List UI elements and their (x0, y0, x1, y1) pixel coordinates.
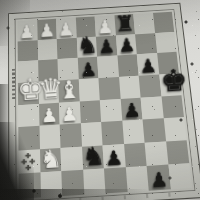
square-h7[interactable] (155, 32, 177, 54)
square-a7[interactable] (18, 40, 38, 62)
corner-emblem-icon (21, 153, 38, 172)
piece-white-bishop[interactable]: ♝ (57, 76, 79, 102)
piece-black-rook[interactable]: ♜ (114, 12, 135, 35)
square-g8[interactable] (133, 13, 154, 34)
square-e1[interactable] (104, 168, 127, 194)
square-c5[interactable]: ♝ (58, 79, 79, 102)
square-c1[interactable] (61, 170, 84, 196)
square-e6[interactable] (97, 56, 118, 78)
square-b4[interactable]: ♟ (39, 102, 60, 126)
piece-black-king[interactable]: ♚ (159, 65, 181, 96)
square-c4[interactable]: ♟ (59, 101, 80, 125)
square-a3[interactable] (18, 126, 39, 150)
square-h8[interactable] (153, 12, 175, 33)
photo-stage: ♟♟♟♟♜♞♟♟♟♟♚♛♝♚♟♟♟ ♞♞♟♟ (0, 0, 200, 200)
square-g7[interactable] (135, 33, 157, 55)
square-a2[interactable] (18, 149, 40, 174)
square-c7[interactable] (57, 38, 78, 60)
square-d4[interactable] (79, 100, 101, 124)
square-f2[interactable] (124, 143, 147, 168)
piece-black-knight[interactable]: ♞ (76, 34, 97, 58)
square-d7[interactable]: ♞ (76, 36, 97, 58)
piece-black-pawn[interactable]: ♟ (121, 100, 143, 120)
square-e8[interactable]: ♟ (95, 15, 116, 36)
square-h5[interactable]: ♚ (159, 73, 182, 96)
square-g2[interactable] (145, 141, 168, 166)
square-e7[interactable]: ♟ (96, 35, 117, 57)
brand-text-illegible (12, 69, 16, 102)
piece-white-pawn[interactable]: ♟ (36, 21, 57, 40)
square-a5[interactable]: ♚ (18, 82, 39, 105)
chess-board: ♟♟♟♟♜♞♟♟♟♟♚♛♝♚♟♟♟ ♞♞♟♟ (8, 3, 200, 200)
square-h1[interactable] (168, 164, 192, 190)
square-b2[interactable]: ♞ (39, 148, 61, 173)
square-f4[interactable]: ♟ (120, 97, 142, 121)
square-g3[interactable] (143, 118, 166, 142)
piece-black-pawn[interactable]: ♟ (103, 148, 126, 169)
square-h3[interactable] (163, 117, 186, 141)
piece-white-pawn[interactable]: ♟ (95, 17, 116, 36)
piece-black-pawn[interactable]: ♟ (138, 56, 159, 76)
square-h2[interactable] (166, 140, 190, 165)
square-c3[interactable] (60, 123, 82, 147)
square-d6[interactable]: ♟ (77, 57, 98, 79)
square-d1[interactable] (83, 169, 106, 195)
square-e2[interactable]: ♟ (103, 144, 126, 169)
square-f3[interactable] (122, 120, 145, 144)
piece-white-pawn[interactable]: ♟ (59, 104, 81, 124)
piece-white-pawn[interactable]: ♟ (56, 20, 77, 39)
square-d2[interactable]: ♞ (82, 145, 104, 170)
square-f5[interactable] (119, 76, 141, 99)
board-grid: ♟♟♟♟♜♞♟♟♟♟♚♛♝♚♟♟♟ ♞♞♟♟ (17, 12, 192, 199)
square-f7[interactable]: ♟ (115, 34, 136, 56)
square-f8[interactable]: ♜ (114, 14, 135, 35)
piece-white-knight[interactable]: ♞ (39, 147, 62, 173)
square-g1[interactable]: ♟ (147, 165, 171, 191)
square-a8[interactable]: ♟ (17, 20, 37, 41)
square-h4[interactable] (161, 95, 184, 119)
piece-black-pawn[interactable]: ♟ (116, 36, 137, 56)
piece-white-pawn[interactable]: ♟ (17, 22, 38, 41)
square-b1[interactable] (40, 172, 62, 198)
square-a1[interactable] (19, 173, 41, 199)
piece-black-pawn[interactable]: ♟ (77, 59, 98, 79)
piece-white-queen[interactable]: ♛ (37, 75, 59, 104)
square-g4[interactable] (141, 96, 164, 120)
square-e4[interactable] (100, 99, 122, 123)
square-a4[interactable] (18, 104, 39, 128)
square-g5[interactable] (139, 74, 161, 97)
square-g6[interactable]: ♟ (137, 53, 159, 75)
square-c2[interactable] (61, 146, 83, 171)
square-b7[interactable] (37, 39, 57, 61)
piece-white-pawn[interactable]: ♟ (38, 106, 60, 126)
square-b8[interactable]: ♟ (37, 19, 57, 40)
piece-black-pawn[interactable]: ♟ (148, 169, 171, 190)
piece-black-pawn[interactable]: ♟ (96, 37, 117, 57)
square-e5[interactable] (98, 77, 120, 100)
square-e3[interactable] (101, 121, 123, 145)
square-d5[interactable] (78, 78, 99, 101)
square-f6[interactable] (117, 54, 139, 76)
board-wrap: ♟♟♟♟♜♞♟♟♟♟♚♛♝♚♟♟♟ ♞♞♟♟ (8, 3, 200, 200)
square-c8[interactable]: ♟ (56, 18, 76, 39)
piece-white-king[interactable]: ♚ (16, 74, 38, 105)
piece-black-knight[interactable]: ♞ (81, 144, 104, 170)
square-f1[interactable] (125, 166, 148, 192)
square-b5[interactable]: ♛ (38, 80, 59, 103)
